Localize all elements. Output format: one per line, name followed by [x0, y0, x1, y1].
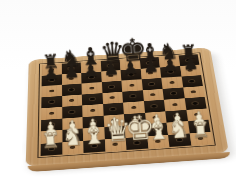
square-d7: ♟	[101, 70, 121, 82]
piece-black-pawn: ♟	[179, 54, 200, 73]
square-d3	[103, 114, 125, 127]
piece-black-bishop: ♝	[138, 40, 159, 65]
square-e7: ♟	[121, 69, 142, 81]
square-a3	[41, 118, 62, 131]
square-d5	[102, 91, 123, 104]
square-e3	[124, 113, 146, 126]
square-c7: ♟	[81, 71, 101, 83]
piece-black-pawn: ♟	[140, 57, 161, 76]
square-e5	[122, 90, 143, 103]
square-d8: ♛	[100, 60, 120, 72]
square-h6	[181, 75, 203, 87]
piece-black-pawn: ♟	[100, 59, 121, 78]
square-b8: ♞	[61, 62, 81, 74]
piece-black-king: ♚	[118, 34, 140, 66]
square-b5	[62, 94, 83, 107]
square-h5	[183, 86, 205, 98]
square-f2: ♟	[146, 123, 168, 136]
square-h7: ♟	[180, 65, 201, 77]
square-g8: ♞	[159, 56, 180, 68]
piece-black-rook: ♜	[40, 51, 61, 72]
square-a1: ♜	[41, 142, 62, 156]
square-c6	[81, 82, 102, 94]
square-b6	[62, 83, 82, 95]
board-tilt-wrapper: ♜♞♝♛♚♝♞♜♟♟♟♟♟♟♟♟♟♟♟♟♟♟♟♟♜♞♝♛♚♝♞♜	[0, 0, 236, 177]
square-b7: ♟	[61, 73, 81, 85]
square-b1: ♞	[62, 141, 84, 155]
square-h1: ♜	[189, 132, 212, 146]
piece-black-rook: ♜	[178, 42, 199, 63]
piece-black-knight: ♞	[60, 47, 81, 70]
square-a5	[41, 96, 61, 109]
piece-black-pawn: ♟	[40, 64, 61, 83]
piece-black-pawn: ♟	[60, 62, 81, 81]
square-g6	[161, 76, 182, 88]
square-g5	[163, 87, 185, 99]
piece-black-pawn: ♟	[120, 58, 141, 77]
chess-board: ♜♞♝♛♚♝♞♜♟♟♟♟♟♟♟♟♟♟♟♟♟♟♟♟♜♞♝♛♚♝♞♜	[26, 47, 229, 166]
square-e6	[121, 79, 142, 91]
piece-black-pawn: ♟	[160, 55, 181, 74]
square-f8: ♝	[139, 57, 160, 69]
square-c8: ♝	[81, 61, 101, 73]
square-h2: ♟	[188, 120, 211, 133]
square-e1: ♚	[126, 136, 148, 150]
square-f6	[141, 78, 162, 90]
piece-black-pawn: ♟	[80, 61, 101, 80]
board-grid: ♜♞♝♛♚♝♞♜♟♟♟♟♟♟♟♟♟♟♟♟♟♟♟♟♜♞♝♛♚♝♞♜	[37, 53, 215, 158]
square-e8: ♚	[120, 58, 140, 70]
square-h3	[186, 108, 209, 121]
square-h8: ♜	[178, 54, 199, 66]
square-g1: ♞	[168, 133, 191, 147]
square-g3	[165, 110, 187, 123]
square-f7: ♟	[140, 67, 161, 79]
square-c1: ♝	[83, 139, 105, 153]
piece-black-knight: ♞	[158, 40, 179, 63]
square-f5	[142, 89, 164, 102]
square-g7: ♟	[160, 66, 181, 78]
square-a8: ♜	[42, 64, 62, 76]
square-a6	[41, 85, 61, 97]
square-d6	[101, 81, 122, 93]
square-c4	[82, 104, 103, 117]
square-c5	[82, 93, 103, 106]
square-f1: ♝	[147, 135, 170, 149]
square-a7: ♟	[42, 74, 62, 86]
piece-black-bishop: ♝	[79, 44, 100, 69]
square-d1: ♛	[104, 138, 126, 152]
piece-black-queen: ♛	[99, 39, 121, 68]
photo-scene: ♜♞♝♛♚♝♞♜♟♟♟♟♟♟♟♟♟♟♟♟♟♟♟♟♜♞♝♛♚♝♞♜	[0, 0, 236, 177]
square-e4	[123, 101, 145, 114]
chess-set-photo: ♜♞♝♛♚♝♞♜♟♟♟♟♟♟♟♟♟♟♟♟♟♟♟♟♜♞♝♛♚♝♞♜	[0, 0, 236, 177]
